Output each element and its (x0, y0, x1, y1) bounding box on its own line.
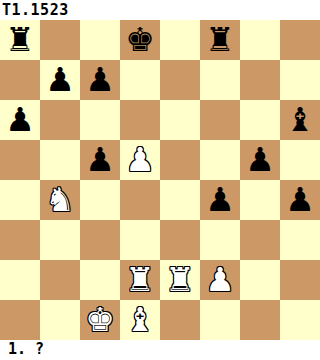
piece-black-pawn[interactable]: ♟ (205, 180, 235, 220)
square-c1[interactable]: ♚ (80, 300, 120, 340)
square-d5[interactable]: ♟ (120, 140, 160, 180)
square-f1[interactable] (200, 300, 240, 340)
square-d8[interactable]: ♚ (120, 20, 160, 60)
square-e6[interactable] (160, 100, 200, 140)
square-h8[interactable] (280, 20, 320, 60)
square-c5[interactable]: ♟ (80, 140, 120, 180)
square-f3[interactable] (200, 220, 240, 260)
square-d1[interactable]: ♝ (120, 300, 160, 340)
piece-black-pawn[interactable]: ♟ (245, 140, 275, 180)
square-f8[interactable]: ♜ (200, 20, 240, 60)
square-a6[interactable]: ♟ (0, 100, 40, 140)
square-g8[interactable] (240, 20, 280, 60)
square-a7[interactable] (0, 60, 40, 100)
square-d2[interactable]: ♜ (120, 260, 160, 300)
square-d4[interactable] (120, 180, 160, 220)
piece-white-pawn[interactable]: ♟ (205, 260, 235, 300)
square-g4[interactable] (240, 180, 280, 220)
piece-black-rook[interactable]: ♜ (205, 20, 235, 60)
square-h5[interactable] (280, 140, 320, 180)
square-g6[interactable] (240, 100, 280, 140)
piece-white-bishop[interactable]: ♝ (125, 300, 155, 340)
square-b5[interactable] (40, 140, 80, 180)
square-g5[interactable]: ♟ (240, 140, 280, 180)
piece-black-pawn[interactable]: ♟ (85, 140, 115, 180)
piece-white-king[interactable]: ♚ (85, 300, 115, 340)
chess-puzzle-window: T1.1523 ♜♚♜♟♟♟♝♟♟♟♞♟♟♜♜♟♚♝ 1. ? (0, 0, 320, 360)
square-c8[interactable] (80, 20, 120, 60)
square-b7[interactable]: ♟ (40, 60, 80, 100)
piece-white-knight[interactable]: ♞ (45, 180, 75, 220)
square-g7[interactable] (240, 60, 280, 100)
square-h1[interactable] (280, 300, 320, 340)
square-b8[interactable] (40, 20, 80, 60)
square-c6[interactable] (80, 100, 120, 140)
square-g1[interactable] (240, 300, 280, 340)
square-c4[interactable] (80, 180, 120, 220)
piece-black-pawn[interactable]: ♟ (285, 180, 315, 220)
square-f4[interactable]: ♟ (200, 180, 240, 220)
piece-black-pawn[interactable]: ♟ (5, 100, 35, 140)
square-h4[interactable]: ♟ (280, 180, 320, 220)
square-h3[interactable] (280, 220, 320, 260)
square-a5[interactable] (0, 140, 40, 180)
square-a1[interactable] (0, 300, 40, 340)
move-prompt: 1. ? (0, 340, 320, 360)
square-d3[interactable] (120, 220, 160, 260)
square-f2[interactable]: ♟ (200, 260, 240, 300)
square-a4[interactable] (0, 180, 40, 220)
piece-black-pawn[interactable]: ♟ (45, 60, 75, 100)
piece-black-bishop[interactable]: ♝ (285, 100, 315, 140)
square-c2[interactable] (80, 260, 120, 300)
square-a3[interactable] (0, 220, 40, 260)
square-b1[interactable] (40, 300, 80, 340)
chess-board: ♜♚♜♟♟♟♝♟♟♟♞♟♟♜♜♟♚♝ (0, 20, 320, 340)
square-d6[interactable] (120, 100, 160, 140)
square-c3[interactable] (80, 220, 120, 260)
square-f7[interactable] (200, 60, 240, 100)
piece-black-rook[interactable]: ♜ (5, 20, 35, 60)
square-b6[interactable] (40, 100, 80, 140)
square-e8[interactable] (160, 20, 200, 60)
square-c7[interactable]: ♟ (80, 60, 120, 100)
square-h6[interactable]: ♝ (280, 100, 320, 140)
piece-white-rook[interactable]: ♜ (165, 260, 195, 300)
square-f6[interactable] (200, 100, 240, 140)
square-a2[interactable] (0, 260, 40, 300)
square-h2[interactable] (280, 260, 320, 300)
square-d7[interactable] (120, 60, 160, 100)
square-b4[interactable]: ♞ (40, 180, 80, 220)
square-a8[interactable]: ♜ (0, 20, 40, 60)
square-e4[interactable] (160, 180, 200, 220)
square-e3[interactable] (160, 220, 200, 260)
piece-black-pawn[interactable]: ♟ (85, 60, 115, 100)
piece-white-pawn[interactable]: ♟ (125, 140, 155, 180)
square-g2[interactable] (240, 260, 280, 300)
square-e2[interactable]: ♜ (160, 260, 200, 300)
square-e1[interactable] (160, 300, 200, 340)
square-e7[interactable] (160, 60, 200, 100)
piece-white-rook[interactable]: ♜ (125, 260, 155, 300)
piece-black-king[interactable]: ♚ (125, 20, 155, 60)
square-h7[interactable] (280, 60, 320, 100)
square-g3[interactable] (240, 220, 280, 260)
square-b2[interactable] (40, 260, 80, 300)
puzzle-id-label: T1.1523 (0, 0, 320, 20)
square-f5[interactable] (200, 140, 240, 180)
square-b3[interactable] (40, 220, 80, 260)
square-e5[interactable] (160, 140, 200, 180)
